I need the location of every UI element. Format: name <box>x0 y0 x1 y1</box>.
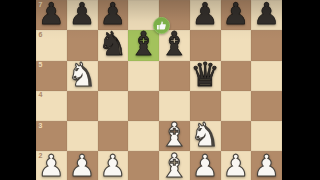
square-e6[interactable]: ♝ <box>159 30 190 60</box>
square-b4[interactable] <box>67 91 98 121</box>
rank-label-6: 6 <box>39 31 43 39</box>
square-d2[interactable] <box>128 151 159 180</box>
piece-black-pawn-f7[interactable]: ♟ <box>192 0 219 29</box>
square-a6[interactable]: 6 <box>36 30 67 60</box>
square-f7[interactable]: ♟ <box>190 0 221 30</box>
piece-white-knight-f3[interactable]: ♞ <box>190 120 220 150</box>
square-d3[interactable] <box>128 121 159 151</box>
square-g5[interactable] <box>221 61 252 91</box>
square-e5[interactable] <box>159 61 190 91</box>
piece-white-pawn-c2[interactable]: ♟ <box>99 151 126 180</box>
square-h6[interactable] <box>251 30 282 60</box>
square-d5[interactable] <box>128 61 159 91</box>
piece-black-knight-c6[interactable]: ♞ <box>98 29 128 59</box>
square-a4[interactable]: 4 <box>36 91 67 121</box>
square-b2[interactable]: ♟ <box>67 151 98 180</box>
letterbox-right <box>282 0 320 180</box>
piece-white-pawn-f2[interactable]: ♟ <box>192 151 219 180</box>
square-f2[interactable]: ♟ <box>190 151 221 180</box>
square-d4[interactable] <box>128 91 159 121</box>
square-h2[interactable]: ♟ <box>251 151 282 180</box>
square-b7[interactable]: ♟ <box>67 0 98 30</box>
rank-label-4: 4 <box>39 91 43 99</box>
video-frame: 7♟♟♟♟♟♟6♞♝♝5♞♛43♝♞2♟♟♟♝♟♟♟ <box>0 0 320 180</box>
square-b5[interactable]: ♞ <box>67 61 98 91</box>
square-c4[interactable] <box>98 91 129 121</box>
piece-black-pawn-b7[interactable]: ♟ <box>69 0 96 29</box>
piece-white-knight-b5[interactable]: ♞ <box>67 60 97 90</box>
piece-white-pawn-b2[interactable]: ♟ <box>69 151 96 180</box>
square-e2[interactable]: ♝ <box>159 151 190 180</box>
square-a2[interactable]: 2♟ <box>36 151 67 180</box>
square-a5[interactable]: 5 <box>36 61 67 91</box>
square-a7[interactable]: 7♟ <box>36 0 67 30</box>
square-g2[interactable]: ♟ <box>221 151 252 180</box>
square-h7[interactable]: ♟ <box>251 0 282 30</box>
square-h5[interactable] <box>251 61 282 91</box>
thumbs-up-icon <box>153 17 170 34</box>
square-g4[interactable] <box>221 91 252 121</box>
piece-black-pawn-h7[interactable]: ♟ <box>253 0 280 29</box>
piece-white-pawn-g2[interactable]: ♟ <box>222 151 249 180</box>
piece-white-bishop-e2[interactable]: ♝ <box>160 151 190 180</box>
square-d6[interactable]: ♝ <box>128 30 159 60</box>
letterbox-left <box>0 0 36 180</box>
rank-label-5: 5 <box>39 61 43 69</box>
chess-board: 7♟♟♟♟♟♟6♞♝♝5♞♛43♝♞2♟♟♟♝♟♟♟ <box>36 0 282 180</box>
square-g7[interactable]: ♟ <box>221 0 252 30</box>
square-g6[interactable] <box>221 30 252 60</box>
square-f5[interactable]: ♛ <box>190 61 221 91</box>
piece-white-pawn-h2[interactable]: ♟ <box>253 151 280 180</box>
rank-label-3: 3 <box>39 122 43 130</box>
square-c2[interactable]: ♟ <box>98 151 129 180</box>
piece-black-pawn-a7[interactable]: ♟ <box>38 0 65 29</box>
piece-black-pawn-g7[interactable]: ♟ <box>222 0 249 29</box>
square-c6[interactable]: ♞ <box>98 30 129 60</box>
piece-white-pawn-a2[interactable]: ♟ <box>38 151 65 180</box>
square-c5[interactable] <box>98 61 129 91</box>
piece-black-queen-f5[interactable]: ♛ <box>190 60 220 90</box>
move-classification-badge <box>153 17 170 34</box>
square-h4[interactable] <box>251 91 282 121</box>
